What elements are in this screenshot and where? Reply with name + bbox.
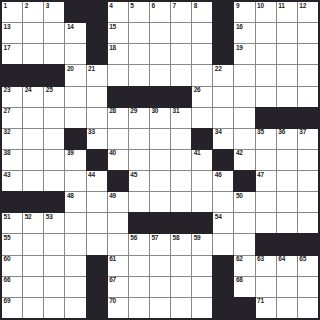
black-cell (87, 23, 107, 43)
grid-cell[interactable]: 9 (234, 2, 254, 22)
clue-number: 62 (236, 256, 243, 263)
grid-cell[interactable] (108, 213, 128, 233)
grid-cell[interactable]: 52 (23, 213, 43, 233)
grid-cell[interactable] (44, 171, 64, 191)
grid-cell[interactable] (129, 277, 149, 297)
black-cell (192, 129, 212, 149)
grid-cell[interactable] (171, 150, 191, 170)
grid-cell[interactable] (44, 44, 64, 64)
clue-number: 7 (173, 3, 176, 10)
clue-number: 66 (4, 277, 11, 284)
clue-number: 10 (257, 3, 264, 10)
clue-number: 58 (173, 235, 180, 242)
grid-cell[interactable] (44, 23, 64, 43)
grid-cell[interactable] (23, 277, 43, 297)
grid-cell[interactable]: 38 (2, 150, 22, 170)
grid-cell[interactable] (44, 108, 64, 128)
grid-cell[interactable] (277, 298, 297, 318)
grid-cell[interactable] (23, 23, 43, 43)
black-cell (108, 87, 128, 107)
clue-number: 35 (257, 129, 264, 136)
grid-cell[interactable] (44, 129, 64, 149)
clue-number: 2 (25, 3, 28, 10)
grid-cell[interactable]: 33 (87, 129, 107, 149)
grid-cell[interactable] (87, 192, 107, 212)
grid-cell[interactable] (192, 256, 212, 276)
grid-cell[interactable] (256, 44, 276, 64)
grid-cell[interactable] (23, 256, 43, 276)
grid-cell[interactable]: 14 (65, 23, 85, 43)
grid-cell[interactable]: 29 (129, 108, 149, 128)
grid-cell[interactable] (87, 213, 107, 233)
grid-cell[interactable]: 50 (234, 192, 254, 212)
clue-number: 67 (109, 277, 116, 284)
clue-number: 54 (215, 214, 222, 221)
grid-cell[interactable]: 60 (2, 256, 22, 276)
clue-number: 13 (4, 24, 11, 31)
grid-cell[interactable]: 27 (2, 108, 22, 128)
clue-number: 44 (88, 172, 95, 179)
black-cell (44, 65, 64, 85)
grid-cell[interactable] (298, 213, 318, 233)
grid-cell[interactable]: 54 (213, 213, 233, 233)
clue-number: 69 (4, 298, 11, 305)
grid-cell[interactable] (171, 129, 191, 149)
grid-cell[interactable] (277, 192, 297, 212)
grid-cell[interactable] (298, 65, 318, 85)
grid-cell[interactable] (298, 87, 318, 107)
grid-cell[interactable] (234, 87, 254, 107)
grid-cell[interactable] (213, 87, 233, 107)
clue-number: 25 (46, 87, 53, 94)
grid-cell[interactable]: 18 (108, 44, 128, 64)
clue-number: 55 (4, 235, 11, 242)
black-cell (2, 65, 22, 85)
grid-cell[interactable] (256, 192, 276, 212)
grid-cell[interactable] (129, 129, 149, 149)
clue-number: 33 (88, 129, 95, 136)
grid-cell[interactable] (192, 108, 212, 128)
grid-cell[interactable]: 3 (44, 2, 64, 22)
black-cell (87, 277, 107, 297)
grid-cell[interactable] (213, 234, 233, 254)
black-cell (277, 234, 297, 254)
clue-number: 24 (25, 87, 32, 94)
clue-number: 46 (215, 172, 222, 179)
grid-cell[interactable]: 56 (129, 234, 149, 254)
grid-cell[interactable] (65, 277, 85, 297)
black-cell (213, 298, 233, 318)
grid-cell[interactable]: 39 (65, 150, 85, 170)
grid-cell[interactable] (150, 129, 170, 149)
grid-cell[interactable]: 5 (129, 2, 149, 22)
grid-cell[interactable] (108, 129, 128, 149)
grid-cell[interactable] (256, 65, 276, 85)
grid-cell[interactable]: 30 (150, 108, 170, 128)
grid-cell[interactable]: 17 (2, 44, 22, 64)
black-cell (87, 44, 107, 64)
clue-number: 17 (4, 45, 11, 52)
grid-cell[interactable] (277, 23, 297, 43)
clue-number: 57 (151, 235, 158, 242)
grid-cell[interactable] (192, 192, 212, 212)
grid-cell[interactable]: 69 (2, 298, 22, 318)
grid-cell[interactable] (298, 192, 318, 212)
clue-number: 34 (215, 129, 222, 136)
black-cell (150, 87, 170, 107)
clue-number: 27 (4, 108, 11, 115)
grid-cell[interactable]: 47 (256, 171, 276, 191)
grid-cell[interactable]: 37 (298, 129, 318, 149)
black-cell (129, 87, 149, 107)
grid-cell[interactable] (171, 44, 191, 64)
black-cell (171, 213, 191, 233)
grid-cell[interactable] (65, 213, 85, 233)
grid-cell[interactable]: 23 (2, 87, 22, 107)
grid-cell[interactable] (150, 171, 170, 191)
grid-cell[interactable] (150, 192, 170, 212)
black-cell (44, 192, 64, 212)
clue-number: 3 (46, 3, 49, 10)
black-cell (298, 234, 318, 254)
black-cell (23, 192, 43, 212)
clue-number: 26 (194, 87, 201, 94)
grid-cell[interactable] (44, 150, 64, 170)
clue-number: 52 (25, 214, 32, 221)
black-cell (256, 108, 276, 128)
clue-number: 41 (194, 150, 201, 157)
grid-cell[interactable]: 15 (108, 23, 128, 43)
grid-cell[interactable] (171, 298, 191, 318)
clue-number: 61 (109, 256, 116, 263)
grid-cell[interactable]: 16 (234, 23, 254, 43)
grid-cell[interactable] (44, 234, 64, 254)
black-cell (234, 171, 254, 191)
clue-number: 30 (151, 108, 158, 115)
grid-cell[interactable]: 4 (108, 2, 128, 22)
black-cell (87, 256, 107, 276)
grid-cell[interactable]: 55 (2, 234, 22, 254)
grid-cell[interactable] (213, 108, 233, 128)
clue-number: 15 (109, 24, 116, 31)
grid-cell[interactable]: 20 (65, 65, 85, 85)
grid-cell[interactable]: 1 (2, 2, 22, 22)
grid-cell[interactable]: 41 (192, 150, 212, 170)
clue-number: 9 (236, 3, 239, 10)
grid-cell[interactable] (277, 171, 297, 191)
grid-cell[interactable]: 68 (234, 277, 254, 297)
grid-cell[interactable] (87, 87, 107, 107)
grid-cell[interactable]: 66 (2, 277, 22, 297)
crossword-board: 1234567891011121314151617181920212223242… (0, 0, 320, 320)
grid-cell[interactable] (150, 256, 170, 276)
grid-cell[interactable]: 57 (150, 234, 170, 254)
grid-cell[interactable]: 35 (256, 129, 276, 149)
clue-number: 48 (67, 193, 74, 200)
black-cell (87, 150, 107, 170)
grid-cell[interactable]: 49 (108, 192, 128, 212)
grid-cell[interactable] (234, 108, 254, 128)
grid-cell[interactable] (192, 44, 212, 64)
grid-cell[interactable] (171, 256, 191, 276)
grid-cell[interactable]: 25 (44, 87, 64, 107)
clue-number: 37 (299, 129, 306, 136)
clue-number: 39 (67, 150, 74, 157)
grid-cell[interactable]: 26 (192, 87, 212, 107)
clue-number: 16 (236, 24, 243, 31)
clue-number: 23 (4, 87, 11, 94)
grid-cell[interactable]: 44 (87, 171, 107, 191)
clue-number: 51 (4, 214, 11, 221)
grid-cell[interactable]: 11 (277, 2, 297, 22)
clue-number: 20 (67, 66, 74, 73)
grid-cell[interactable] (87, 108, 107, 128)
black-cell (213, 2, 233, 22)
grid-cell[interactable] (65, 234, 85, 254)
grid-cell[interactable]: 51 (2, 213, 22, 233)
grid-cell[interactable]: 10 (256, 2, 276, 22)
grid-cell[interactable] (213, 192, 233, 212)
grid-cell[interactable] (65, 87, 85, 107)
grid-cell[interactable]: 40 (108, 150, 128, 170)
black-cell (234, 298, 254, 318)
grid-cell[interactable]: 59 (192, 234, 212, 254)
grid-cell[interactable] (23, 150, 43, 170)
clue-number: 49 (109, 193, 116, 200)
black-cell (129, 213, 149, 233)
grid-cell[interactable]: 32 (2, 129, 22, 149)
clue-number: 47 (257, 172, 264, 179)
clue-number: 71 (257, 298, 264, 305)
clue-number: 32 (4, 129, 11, 136)
grid-cell[interactable] (44, 256, 64, 276)
grid-cell[interactable] (23, 108, 43, 128)
clue-number: 28 (109, 108, 116, 115)
grid-cell[interactable] (277, 213, 297, 233)
clue-number: 18 (109, 45, 116, 52)
grid-cell[interactable] (150, 150, 170, 170)
grid-cell[interactable] (23, 298, 43, 318)
grid-cell[interactable] (44, 298, 64, 318)
grid-cell[interactable]: 2 (23, 2, 43, 22)
grid-cell[interactable]: 6 (150, 2, 170, 22)
grid-cell[interactable] (234, 129, 254, 149)
clue-number: 59 (194, 235, 201, 242)
grid-cell[interactable]: 28 (108, 108, 128, 128)
grid-cell[interactable] (150, 23, 170, 43)
grid-cell[interactable] (256, 150, 276, 170)
grid-cell[interactable] (234, 213, 254, 233)
grid-cell[interactable]: 46 (213, 171, 233, 191)
clue-number: 56 (130, 235, 137, 242)
black-cell (298, 108, 318, 128)
grid-cell[interactable] (129, 192, 149, 212)
black-cell (65, 129, 85, 149)
grid-cell[interactable] (129, 298, 149, 318)
grid-cell[interactable] (150, 44, 170, 64)
grid-cell[interactable] (129, 44, 149, 64)
grid-cell[interactable] (150, 298, 170, 318)
grid-cell[interactable] (23, 129, 43, 149)
grid-cell[interactable]: 70 (108, 298, 128, 318)
clue-number: 1 (4, 3, 7, 10)
clue-number: 40 (109, 150, 116, 157)
black-cell (213, 44, 233, 64)
grid-cell[interactable]: 45 (129, 171, 149, 191)
grid-cell[interactable] (256, 23, 276, 43)
black-cell (2, 192, 22, 212)
grid-cell[interactable] (23, 171, 43, 191)
grid-cell[interactable] (256, 87, 276, 107)
grid-cell[interactable] (171, 277, 191, 297)
grid-cell[interactable] (129, 65, 149, 85)
grid-cell[interactable] (192, 65, 212, 85)
clue-number: 8 (194, 3, 197, 10)
grid-cell[interactable] (129, 23, 149, 43)
grid-cell[interactable] (298, 44, 318, 64)
grid-cell[interactable] (277, 277, 297, 297)
clue-number: 5 (130, 3, 133, 10)
grid-cell[interactable]: 22 (213, 65, 233, 85)
grid-cell[interactable]: 21 (87, 65, 107, 85)
clue-number: 31 (173, 108, 180, 115)
grid-cell[interactable] (234, 234, 254, 254)
grid-cell[interactable]: 34 (213, 129, 233, 149)
grid-cell[interactable]: 43 (2, 171, 22, 191)
black-cell (213, 277, 233, 297)
grid-cell[interactable]: 12 (298, 2, 318, 22)
grid-cell[interactable] (65, 108, 85, 128)
grid-cell[interactable]: 36 (277, 129, 297, 149)
grid-cell[interactable]: 7 (171, 2, 191, 22)
grid-cell[interactable]: 61 (108, 256, 128, 276)
black-cell (108, 171, 128, 191)
grid-cell[interactable] (192, 171, 212, 191)
clue-number: 21 (88, 66, 95, 73)
black-cell (256, 234, 276, 254)
grid-cell[interactable] (277, 150, 297, 170)
clue-number: 12 (299, 3, 306, 10)
clue-number: 60 (4, 256, 11, 263)
grid-cell[interactable] (65, 171, 85, 191)
clue-number: 45 (130, 172, 137, 179)
grid-cell[interactable] (298, 171, 318, 191)
black-cell (65, 2, 85, 22)
grid-cell[interactable] (192, 298, 212, 318)
clue-number: 68 (236, 277, 243, 284)
grid-cell[interactable]: 24 (23, 87, 43, 107)
black-cell (150, 213, 170, 233)
black-cell (87, 2, 107, 22)
black-cell (87, 298, 107, 318)
grid-cell[interactable] (298, 277, 318, 297)
grid-cell[interactable] (129, 256, 149, 276)
grid-cell[interactable] (171, 171, 191, 191)
grid-cell[interactable] (256, 213, 276, 233)
grid-cell[interactable] (277, 87, 297, 107)
grid-cell[interactable]: 8 (192, 2, 212, 22)
grid-cell[interactable] (192, 277, 212, 297)
black-cell (277, 108, 297, 128)
clue-number: 65 (299, 256, 306, 263)
grid-cell[interactable]: 63 (256, 256, 276, 276)
grid-cell[interactable]: 42 (234, 150, 254, 170)
grid-cell[interactable] (277, 65, 297, 85)
black-cell (192, 213, 212, 233)
grid-cell[interactable] (298, 150, 318, 170)
grid-cell[interactable] (108, 65, 128, 85)
grid-cell[interactable]: 65 (298, 256, 318, 276)
grid-cell[interactable]: 48 (65, 192, 85, 212)
grid-cell[interactable] (150, 277, 170, 297)
grid-cell[interactable] (171, 23, 191, 43)
clue-number: 19 (236, 45, 243, 52)
clue-number: 42 (236, 150, 243, 157)
black-cell (213, 256, 233, 276)
grid-cell[interactable] (234, 65, 254, 85)
grid-cell[interactable]: 64 (277, 256, 297, 276)
grid-cell[interactable] (298, 23, 318, 43)
grid-cell[interactable]: 62 (234, 256, 254, 276)
clue-number: 43 (4, 172, 11, 179)
clue-number: 14 (67, 24, 74, 31)
grid-cell[interactable]: 71 (256, 298, 276, 318)
black-cell (213, 23, 233, 43)
clue-number: 64 (278, 256, 285, 263)
grid-cell[interactable] (277, 44, 297, 64)
grid-cell[interactable] (129, 150, 149, 170)
black-cell (23, 65, 43, 85)
grid-cell[interactable] (65, 298, 85, 318)
clue-number: 63 (257, 256, 264, 263)
clue-number: 70 (109, 298, 116, 305)
grid-cell[interactable]: 67 (108, 277, 128, 297)
grid-cell[interactable] (171, 65, 191, 85)
black-cell (213, 150, 233, 170)
clue-number: 11 (278, 3, 284, 10)
grid-cell[interactable] (150, 65, 170, 85)
grid-cell[interactable] (256, 277, 276, 297)
grid-cell[interactable]: 53 (44, 213, 64, 233)
clue-number: 36 (278, 129, 285, 136)
grid-cell[interactable] (44, 277, 64, 297)
grid-cell[interactable] (23, 234, 43, 254)
grid-cell[interactable] (298, 298, 318, 318)
clue-number: 50 (236, 193, 243, 200)
clue-number: 4 (109, 3, 112, 10)
grid-cell[interactable] (87, 234, 107, 254)
grid-cell[interactable]: 19 (234, 44, 254, 64)
clue-number: 53 (46, 214, 53, 221)
grid-cell[interactable] (171, 192, 191, 212)
grid-cell[interactable] (192, 23, 212, 43)
clue-number: 38 (4, 150, 11, 157)
grid-cell[interactable]: 58 (171, 234, 191, 254)
grid-cell[interactable] (65, 256, 85, 276)
grid-cell[interactable]: 13 (2, 23, 22, 43)
grid-cell[interactable] (108, 234, 128, 254)
clue-number: 22 (215, 66, 222, 73)
grid-cell[interactable] (65, 44, 85, 64)
grid-cell[interactable]: 31 (171, 108, 191, 128)
clue-number: 6 (151, 3, 154, 10)
grid-cell[interactable] (23, 44, 43, 64)
clue-number: 29 (130, 108, 137, 115)
black-cell (171, 87, 191, 107)
